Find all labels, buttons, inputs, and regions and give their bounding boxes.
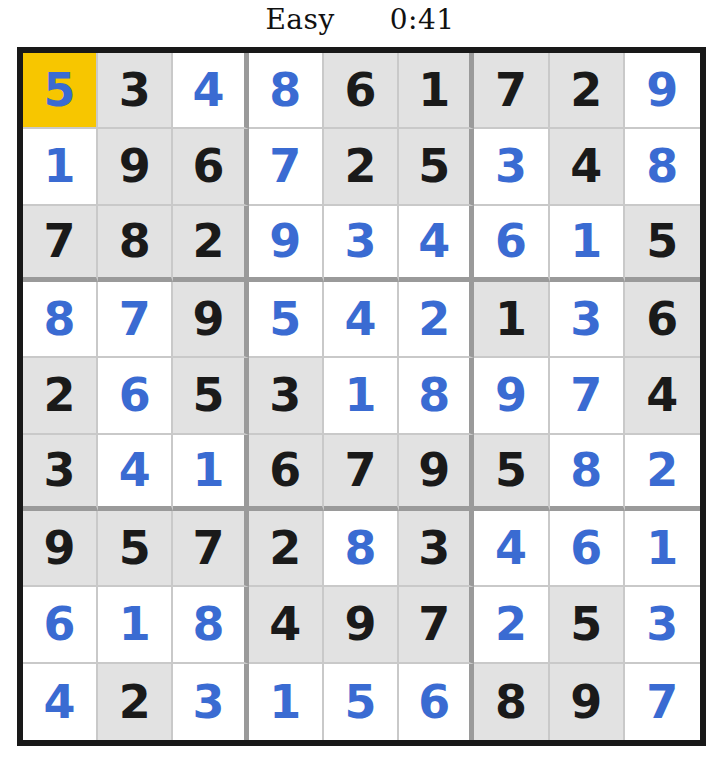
cell-r6c4[interactable]: 6	[249, 435, 324, 511]
cell-digit: 9	[269, 218, 301, 264]
cell-r2c3[interactable]: 6	[173, 129, 248, 205]
cell-digit: 5	[44, 67, 76, 113]
cell-r5c9[interactable]: 4	[625, 358, 700, 434]
cell-r2c7[interactable]: 3	[474, 129, 549, 205]
cell-digit: 3	[269, 372, 301, 418]
cell-digit: 8	[646, 143, 678, 189]
cell-digit: 2	[646, 447, 678, 493]
cell-digit: 1	[418, 67, 450, 113]
cell-r4c5[interactable]: 4	[324, 282, 399, 358]
cell-digit: 5	[119, 525, 151, 571]
cell-r6c7[interactable]: 5	[474, 435, 549, 511]
cell-r8c4[interactable]: 4	[249, 587, 324, 663]
cell-digit: 9	[570, 679, 602, 725]
cell-digit: 4	[570, 143, 602, 189]
cell-r8c8[interactable]: 5	[550, 587, 625, 663]
cell-digit: 3	[646, 601, 678, 647]
cell-digit: 1	[119, 601, 151, 647]
cell-r8c3[interactable]: 8	[173, 587, 248, 663]
cell-r5c7[interactable]: 9	[474, 358, 549, 434]
cell-r2c4[interactable]: 7	[249, 129, 324, 205]
cell-r4c6[interactable]: 2	[399, 282, 474, 358]
cell-r3c3[interactable]: 2	[173, 206, 248, 282]
cell-digit: 3	[44, 447, 76, 493]
cell-r4c3[interactable]: 9	[173, 282, 248, 358]
cell-r1c2[interactable]: 3	[98, 53, 173, 129]
cell-r3c2[interactable]: 8	[98, 206, 173, 282]
cell-digit: 1	[570, 218, 602, 264]
cell-r1c4[interactable]: 8	[249, 53, 324, 129]
cell-r6c2[interactable]: 4	[98, 435, 173, 511]
cell-digit: 2	[119, 679, 151, 725]
cell-digit: 7	[119, 296, 151, 342]
cell-digit: 6	[44, 601, 76, 647]
cell-r3c5[interactable]: 3	[324, 206, 399, 282]
cell-digit: 3	[570, 296, 602, 342]
cell-digit: 1	[44, 143, 76, 189]
cell-digit: 2	[193, 218, 225, 264]
cell-r7c7[interactable]: 4	[474, 511, 549, 587]
cell-digit: 7	[44, 218, 76, 264]
cell-digit: 3	[193, 679, 225, 725]
sudoku-board: 5348617291967253487829346158795421362653…	[17, 47, 706, 746]
cell-r7c6[interactable]: 3	[399, 511, 474, 587]
cell-r9c6[interactable]: 6	[399, 664, 474, 740]
cell-digit: 2	[344, 143, 376, 189]
cell-r6c3[interactable]: 1	[173, 435, 248, 511]
cell-digit: 5	[344, 679, 376, 725]
cell-digit: 6	[119, 372, 151, 418]
cell-r7c3[interactable]: 7	[173, 511, 248, 587]
cell-r5c5[interactable]: 1	[324, 358, 399, 434]
cell-r4c9[interactable]: 6	[625, 282, 700, 358]
cell-digit: 7	[344, 447, 376, 493]
cell-digit: 9	[44, 525, 76, 571]
cell-digit: 4	[193, 67, 225, 113]
cell-r5c8[interactable]: 7	[550, 358, 625, 434]
cell-digit: 2	[269, 525, 301, 571]
cell-digit: 4	[44, 679, 76, 725]
cell-digit: 6	[570, 525, 602, 571]
cell-digit: 8	[44, 296, 76, 342]
cell-digit: 4	[646, 372, 678, 418]
cell-r1c6[interactable]: 1	[399, 53, 474, 129]
cell-digit: 2	[495, 601, 527, 647]
cell-r3c7[interactable]: 6	[474, 206, 549, 282]
cell-r7c2[interactable]: 5	[98, 511, 173, 587]
cell-r2c1[interactable]: 1	[23, 129, 98, 205]
cell-r7c1[interactable]: 9	[23, 511, 98, 587]
cell-digit: 4	[495, 525, 527, 571]
cell-digit: 4	[269, 601, 301, 647]
cell-r7c4[interactable]: 2	[249, 511, 324, 587]
cell-r3c4[interactable]: 9	[249, 206, 324, 282]
cell-digit: 5	[646, 218, 678, 264]
cell-digit: 6	[418, 679, 450, 725]
cell-digit: 9	[193, 296, 225, 342]
cell-r1c5[interactable]: 6	[324, 53, 399, 129]
cell-r3c6[interactable]: 4	[399, 206, 474, 282]
cell-r2c6[interactable]: 5	[399, 129, 474, 205]
cell-digit: 1	[344, 372, 376, 418]
cell-r4c7[interactable]: 1	[474, 282, 549, 358]
cell-r9c9[interactable]: 7	[625, 664, 700, 740]
header: Easy 0:41	[0, 0, 720, 45]
cell-digit: 9	[646, 67, 678, 113]
cell-r6c9[interactable]: 2	[625, 435, 700, 511]
cell-digit: 6	[193, 143, 225, 189]
cell-digit: 7	[646, 679, 678, 725]
cell-digit: 9	[344, 601, 376, 647]
cell-digit: 7	[193, 525, 225, 571]
cell-r5c3[interactable]: 5	[173, 358, 248, 434]
cell-digit: 6	[495, 218, 527, 264]
cell-r4c8[interactable]: 3	[550, 282, 625, 358]
cell-r9c2[interactable]: 2	[98, 664, 173, 740]
cell-digit: 7	[269, 143, 301, 189]
cell-digit: 4	[119, 447, 151, 493]
cell-digit: 7	[570, 372, 602, 418]
cell-digit: 1	[269, 679, 301, 725]
cell-r6c5[interactable]: 7	[324, 435, 399, 511]
cell-r8c7[interactable]: 2	[474, 587, 549, 663]
cell-digit: 6	[344, 67, 376, 113]
cell-r1c7[interactable]: 7	[474, 53, 549, 129]
cell-digit: 9	[495, 372, 527, 418]
cell-digit: 3	[418, 525, 450, 571]
cell-r1c9[interactable]: 9	[625, 53, 700, 129]
cell-r7c8[interactable]: 6	[550, 511, 625, 587]
cell-r9c5[interactable]: 5	[324, 664, 399, 740]
cell-digit: 4	[344, 296, 376, 342]
cell-r9c1[interactable]: 4	[23, 664, 98, 740]
cell-r9c3[interactable]: 3	[173, 664, 248, 740]
cell-digit: 3	[495, 143, 527, 189]
cell-digit: 1	[646, 525, 678, 571]
cell-r2c9[interactable]: 8	[625, 129, 700, 205]
cell-digit: 3	[119, 67, 151, 113]
cell-r6c6[interactable]: 9	[399, 435, 474, 511]
cell-digit: 1	[495, 296, 527, 342]
cell-r4c4[interactable]: 5	[249, 282, 324, 358]
cell-digit: 6	[269, 447, 301, 493]
cell-digit: 8	[570, 447, 602, 493]
difficulty-label: Easy	[265, 3, 334, 36]
cell-r1c1[interactable]: 5	[23, 53, 98, 129]
cell-r2c8[interactable]: 4	[550, 129, 625, 205]
cell-digit: 8	[269, 67, 301, 113]
cell-digit: 5	[269, 296, 301, 342]
cell-r3c8[interactable]: 1	[550, 206, 625, 282]
cell-r9c7[interactable]: 8	[474, 664, 549, 740]
cell-r5c4[interactable]: 3	[249, 358, 324, 434]
cell-r9c4[interactable]: 1	[249, 664, 324, 740]
cell-digit: 8	[193, 601, 225, 647]
cell-digit: 5	[418, 143, 450, 189]
timer[interactable]: 0:41	[390, 3, 455, 36]
cell-digit: 2	[570, 67, 602, 113]
cell-digit: 8	[119, 218, 151, 264]
cell-r2c5[interactable]: 2	[324, 129, 399, 205]
cell-r7c5[interactable]: 8	[324, 511, 399, 587]
cell-digit: 9	[119, 143, 151, 189]
cell-r5c1[interactable]: 2	[23, 358, 98, 434]
cell-r8c6[interactable]: 7	[399, 587, 474, 663]
cell-r4c1[interactable]: 8	[23, 282, 98, 358]
cell-digit: 7	[418, 601, 450, 647]
cell-r3c1[interactable]: 7	[23, 206, 98, 282]
cell-r7c9[interactable]: 1	[625, 511, 700, 587]
cell-r1c8[interactable]: 2	[550, 53, 625, 129]
cell-digit: 2	[418, 296, 450, 342]
cell-digit: 5	[193, 372, 225, 418]
cell-r4c2[interactable]: 7	[98, 282, 173, 358]
cell-digit: 2	[44, 372, 76, 418]
cell-digit: 8	[344, 525, 376, 571]
cell-digit: 1	[193, 447, 225, 493]
cell-digit: 7	[495, 67, 527, 113]
cell-r8c2[interactable]: 1	[98, 587, 173, 663]
cell-r5c2[interactable]: 6	[98, 358, 173, 434]
cell-r8c1[interactable]: 6	[23, 587, 98, 663]
cell-digit: 5	[570, 601, 602, 647]
cell-r9c8[interactable]: 9	[550, 664, 625, 740]
cell-digit: 8	[495, 679, 527, 725]
cell-digit: 6	[646, 296, 678, 342]
cell-digit: 4	[418, 218, 450, 264]
cell-r2c2[interactable]: 9	[98, 129, 173, 205]
cell-r6c1[interactable]: 3	[23, 435, 98, 511]
cell-r1c3[interactable]: 4	[173, 53, 248, 129]
cell-digit: 9	[418, 447, 450, 493]
cell-r5c6[interactable]: 8	[399, 358, 474, 434]
cell-r8c9[interactable]: 3	[625, 587, 700, 663]
cell-r3c9[interactable]: 5	[625, 206, 700, 282]
cell-r8c5[interactable]: 9	[324, 587, 399, 663]
cell-digit: 8	[418, 372, 450, 418]
cell-digit: 3	[344, 218, 376, 264]
cell-digit: 5	[495, 447, 527, 493]
cell-r6c8[interactable]: 8	[550, 435, 625, 511]
